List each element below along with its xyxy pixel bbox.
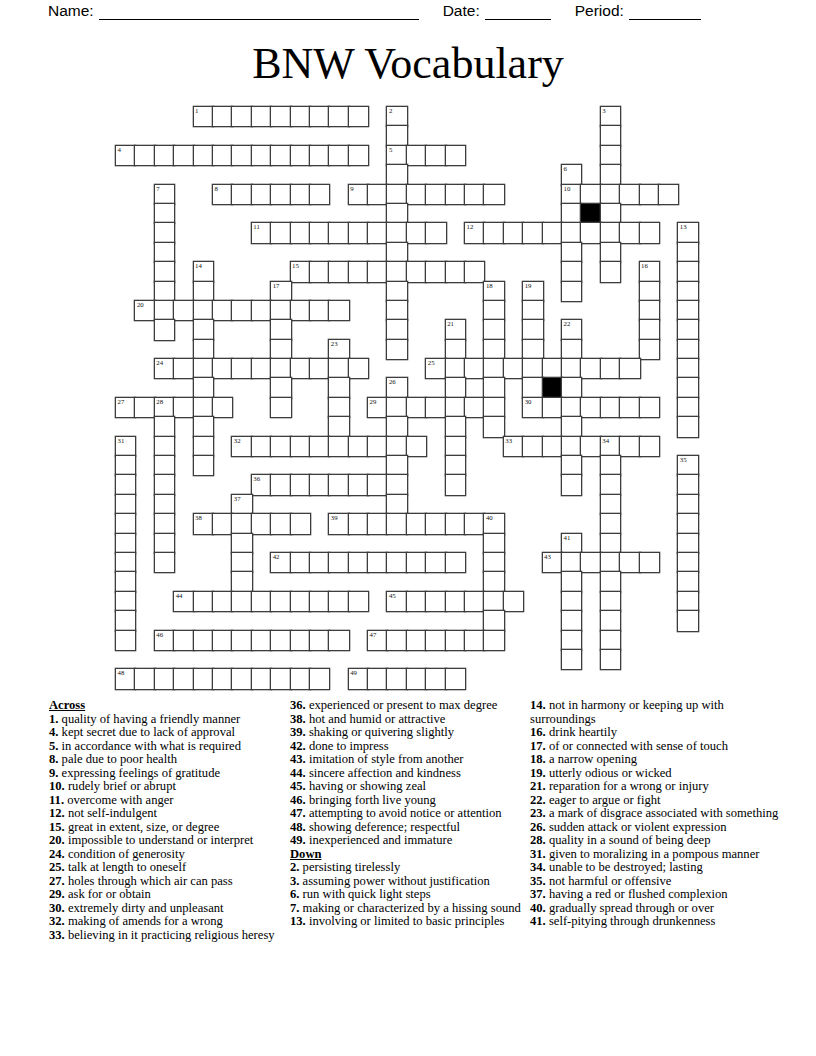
- grid-cell[interactable]: [213, 146, 232, 165]
- grid-cell[interactable]: [446, 378, 465, 397]
- grid-cell[interactable]: [601, 359, 620, 378]
- grid-cell[interactable]: [155, 282, 174, 301]
- grid-cell[interactable]: [387, 514, 406, 533]
- grid-cell[interactable]: [640, 553, 659, 572]
- grid-cell[interactable]: 16: [640, 262, 659, 281]
- grid-cell[interactable]: [116, 611, 135, 630]
- grid-cell[interactable]: [291, 359, 310, 378]
- grid-cell[interactable]: [484, 223, 503, 242]
- grid-cell[interactable]: [349, 262, 368, 281]
- grid-cell[interactable]: [194, 146, 213, 165]
- grid-cell[interactable]: [678, 592, 697, 611]
- grid-cell[interactable]: [310, 553, 329, 572]
- grid-cell[interactable]: [310, 185, 329, 204]
- grid-cell[interactable]: [678, 534, 697, 553]
- grid-cell[interactable]: [135, 669, 154, 688]
- grid-cell[interactable]: [678, 262, 697, 281]
- grid-cell[interactable]: [426, 592, 445, 611]
- grid-cell[interactable]: [620, 437, 639, 456]
- grid-cell[interactable]: [349, 146, 368, 165]
- grid-cell[interactable]: [446, 475, 465, 494]
- grid-cell[interactable]: [310, 146, 329, 165]
- grid-cell[interactable]: 46: [155, 631, 174, 650]
- grid-cell[interactable]: [252, 592, 271, 611]
- grid-cell[interactable]: [446, 359, 465, 378]
- grid-cell[interactable]: [368, 514, 387, 533]
- grid-cell[interactable]: [349, 553, 368, 572]
- grid-cell[interactable]: 3: [601, 107, 620, 126]
- grid-cell[interactable]: 17: [271, 282, 290, 301]
- grid-cell[interactable]: [329, 592, 348, 611]
- grid-cell[interactable]: [155, 534, 174, 553]
- grid-cell[interactable]: [155, 262, 174, 281]
- grid-cell[interactable]: [387, 553, 406, 572]
- grid-cell[interactable]: [271, 146, 290, 165]
- grid-cell[interactable]: [581, 185, 600, 204]
- grid-cell[interactable]: 10: [562, 185, 581, 204]
- grid-cell[interactable]: [446, 185, 465, 204]
- grid-cell[interactable]: [387, 223, 406, 242]
- grid-cell[interactable]: [446, 592, 465, 611]
- grid-cell[interactable]: 23: [329, 340, 348, 359]
- grid-cell[interactable]: 14: [194, 262, 213, 281]
- grid-cell[interactable]: [601, 534, 620, 553]
- grid-cell[interactable]: [116, 475, 135, 494]
- grid-cell[interactable]: [601, 514, 620, 533]
- grid-cell[interactable]: [601, 126, 620, 145]
- grid-cell[interactable]: [232, 359, 251, 378]
- grid-cell[interactable]: [271, 378, 290, 397]
- grid-cell[interactable]: [329, 378, 348, 397]
- grid-cell[interactable]: [252, 301, 271, 320]
- grid-cell[interactable]: 7: [155, 185, 174, 204]
- grid-cell[interactable]: [678, 495, 697, 514]
- grid-cell[interactable]: [426, 669, 445, 688]
- grid-cell[interactable]: [562, 456, 581, 475]
- grid-cell[interactable]: [678, 243, 697, 262]
- grid-cell[interactable]: [562, 398, 581, 417]
- grid-cell[interactable]: [562, 359, 581, 378]
- grid-cell[interactable]: 38: [194, 514, 213, 533]
- grid-cell[interactable]: [116, 514, 135, 533]
- grid-cell[interactable]: [601, 165, 620, 184]
- grid-cell[interactable]: [620, 553, 639, 572]
- grid-cell[interactable]: [601, 185, 620, 204]
- grid-cell[interactable]: [155, 456, 174, 475]
- grid-cell[interactable]: [329, 398, 348, 417]
- grid-cell[interactable]: [329, 146, 348, 165]
- grid-cell[interactable]: [387, 475, 406, 494]
- grid-cell[interactable]: [465, 398, 484, 417]
- grid-cell[interactable]: [155, 417, 174, 436]
- grid-cell[interactable]: [446, 631, 465, 650]
- grid-cell[interactable]: [543, 223, 562, 242]
- grid-cell[interactable]: [232, 572, 251, 591]
- grid-cell[interactable]: [194, 340, 213, 359]
- grid-cell[interactable]: [581, 437, 600, 456]
- grid-cell[interactable]: [601, 223, 620, 242]
- grid-cell[interactable]: [232, 146, 251, 165]
- grid-cell[interactable]: 40: [484, 514, 503, 533]
- grid-cell[interactable]: 11: [252, 223, 271, 242]
- grid-cell[interactable]: [601, 146, 620, 165]
- grid-cell[interactable]: 33: [504, 437, 523, 456]
- grid-cell[interactable]: [601, 611, 620, 630]
- grid-cell[interactable]: 31: [116, 437, 135, 456]
- grid-cell[interactable]: [407, 185, 426, 204]
- grid-cell[interactable]: [465, 631, 484, 650]
- grid-cell[interactable]: [116, 495, 135, 514]
- grid-cell[interactable]: [291, 592, 310, 611]
- grid-cell[interactable]: [426, 146, 445, 165]
- grid-cell[interactable]: [252, 185, 271, 204]
- grid-cell[interactable]: [213, 359, 232, 378]
- grid-cell[interactable]: [291, 669, 310, 688]
- grid-cell[interactable]: [329, 301, 348, 320]
- grid-cell[interactable]: [291, 301, 310, 320]
- grid-cell[interactable]: [484, 534, 503, 553]
- grid-cell[interactable]: 15: [291, 262, 310, 281]
- grid-cell[interactable]: 42: [271, 553, 290, 572]
- grid-cell[interactable]: [426, 223, 445, 242]
- grid-cell[interactable]: [213, 301, 232, 320]
- grid-cell[interactable]: [194, 669, 213, 688]
- grid-cell[interactable]: [601, 631, 620, 650]
- grid-cell[interactable]: [465, 359, 484, 378]
- grid-cell[interactable]: [659, 185, 678, 204]
- grid-cell[interactable]: [446, 340, 465, 359]
- grid-cell[interactable]: [601, 398, 620, 417]
- grid-cell[interactable]: [446, 553, 465, 572]
- grid-cell[interactable]: [484, 398, 503, 417]
- grid-cell[interactable]: [310, 669, 329, 688]
- grid-cell[interactable]: 45: [387, 592, 406, 611]
- grid-cell[interactable]: [194, 282, 213, 301]
- grid-cell[interactable]: [252, 669, 271, 688]
- grid-cell[interactable]: [581, 553, 600, 572]
- grid-cell[interactable]: [484, 359, 503, 378]
- grid-cell[interactable]: [504, 359, 523, 378]
- grid-cell[interactable]: [601, 572, 620, 591]
- grid-cell[interactable]: [368, 553, 387, 572]
- grid-cell[interactable]: [232, 669, 251, 688]
- grid-cell[interactable]: [291, 223, 310, 242]
- grid-cell[interactable]: [523, 378, 542, 397]
- grid-cell[interactable]: [232, 553, 251, 572]
- grid-cell[interactable]: 44: [174, 592, 193, 611]
- grid-cell[interactable]: [310, 631, 329, 650]
- grid-cell[interactable]: 1: [194, 107, 213, 126]
- grid-cell[interactable]: [407, 437, 426, 456]
- grid-cell[interactable]: [116, 456, 135, 475]
- grid-cell[interactable]: [155, 514, 174, 533]
- grid-cell[interactable]: [543, 359, 562, 378]
- grid-cell[interactable]: [252, 514, 271, 533]
- grid-cell[interactable]: [562, 631, 581, 650]
- grid-cell[interactable]: 20: [135, 301, 154, 320]
- grid-cell[interactable]: [678, 320, 697, 339]
- grid-cell[interactable]: [329, 223, 348, 242]
- grid-cell[interactable]: [407, 669, 426, 688]
- grid-cell[interactable]: [581, 359, 600, 378]
- grid-cell[interactable]: [271, 301, 290, 320]
- grid-cell[interactable]: [465, 262, 484, 281]
- grid-cell[interactable]: [446, 398, 465, 417]
- grid-cell[interactable]: 12: [465, 223, 484, 242]
- grid-cell[interactable]: [562, 417, 581, 436]
- grid-cell[interactable]: [620, 398, 639, 417]
- grid-cell[interactable]: [407, 631, 426, 650]
- grid-cell[interactable]: [213, 514, 232, 533]
- grid-cell[interactable]: [368, 669, 387, 688]
- grid-cell[interactable]: [426, 631, 445, 650]
- grid-cell[interactable]: [329, 553, 348, 572]
- grid-cell[interactable]: [562, 378, 581, 397]
- grid-cell[interactable]: [407, 398, 426, 417]
- grid-cell[interactable]: [562, 572, 581, 591]
- grid-cell[interactable]: 36: [252, 475, 271, 494]
- grid-cell[interactable]: [174, 301, 193, 320]
- grid-cell[interactable]: [174, 669, 193, 688]
- grid-cell[interactable]: [329, 262, 348, 281]
- grid-cell[interactable]: [310, 592, 329, 611]
- grid-cell[interactable]: [678, 340, 697, 359]
- grid-cell[interactable]: [387, 243, 406, 262]
- grid-cell[interactable]: [387, 437, 406, 456]
- grid-cell[interactable]: 48: [116, 669, 135, 688]
- grid-cell[interactable]: [310, 107, 329, 126]
- grid-cell[interactable]: [620, 223, 639, 242]
- grid-cell[interactable]: 21: [446, 320, 465, 339]
- grid-cell[interactable]: [407, 553, 426, 572]
- grid-cell[interactable]: [291, 146, 310, 165]
- grid-cell[interactable]: 4: [116, 146, 135, 165]
- grid-cell[interactable]: [349, 359, 368, 378]
- grid-cell[interactable]: [484, 301, 503, 320]
- grid-cell[interactable]: [601, 475, 620, 494]
- grid-cell[interactable]: [387, 126, 406, 145]
- grid-cell[interactable]: [271, 320, 290, 339]
- grid-cell[interactable]: 25: [426, 359, 445, 378]
- grid-cell[interactable]: [387, 185, 406, 204]
- grid-cell[interactable]: [291, 631, 310, 650]
- grid-cell[interactable]: [213, 592, 232, 611]
- grid-cell[interactable]: 35: [678, 456, 697, 475]
- grid-cell[interactable]: [291, 107, 310, 126]
- grid-cell[interactable]: 37: [232, 495, 251, 514]
- grid-cell[interactable]: [194, 378, 213, 397]
- grid-cell[interactable]: [155, 320, 174, 339]
- grid-cell[interactable]: [310, 262, 329, 281]
- grid-cell[interactable]: [543, 437, 562, 456]
- grid-cell[interactable]: [213, 631, 232, 650]
- grid-cell[interactable]: [407, 262, 426, 281]
- grid-cell[interactable]: [562, 204, 581, 223]
- grid-cell[interactable]: [271, 340, 290, 359]
- grid-cell[interactable]: [562, 340, 581, 359]
- grid-cell[interactable]: [252, 359, 271, 378]
- grid-cell[interactable]: [387, 320, 406, 339]
- grid-cell[interactable]: [601, 495, 620, 514]
- grid-cell[interactable]: [174, 359, 193, 378]
- grid-cell[interactable]: [387, 204, 406, 223]
- grid-cell[interactable]: 47: [368, 631, 387, 650]
- grid-cell[interactable]: [271, 514, 290, 533]
- grid-cell[interactable]: [601, 456, 620, 475]
- grid-cell[interactable]: [640, 320, 659, 339]
- grid-cell[interactable]: [640, 185, 659, 204]
- grid-cell[interactable]: [232, 185, 251, 204]
- grid-cell[interactable]: [504, 223, 523, 242]
- grid-cell[interactable]: [387, 495, 406, 514]
- grid-cell[interactable]: [368, 262, 387, 281]
- grid-cell[interactable]: [446, 669, 465, 688]
- grid-cell[interactable]: 30: [523, 398, 542, 417]
- grid-cell[interactable]: [194, 320, 213, 339]
- grid-cell[interactable]: [601, 553, 620, 572]
- grid-cell[interactable]: 49: [349, 669, 368, 688]
- grid-cell[interactable]: [291, 437, 310, 456]
- grid-cell[interactable]: [368, 475, 387, 494]
- grid-cell[interactable]: 34: [601, 437, 620, 456]
- grid-cell[interactable]: [543, 398, 562, 417]
- grid-cell[interactable]: [465, 514, 484, 533]
- grid-cell[interactable]: [523, 359, 542, 378]
- grid-cell[interactable]: [562, 282, 581, 301]
- grid-cell[interactable]: [349, 107, 368, 126]
- grid-cell[interactable]: [232, 107, 251, 126]
- grid-cell[interactable]: 6: [562, 165, 581, 184]
- grid-cell[interactable]: 8: [213, 185, 232, 204]
- grid-cell[interactable]: [155, 146, 174, 165]
- grid-cell[interactable]: [387, 340, 406, 359]
- grid-cell[interactable]: [349, 592, 368, 611]
- grid-cell[interactable]: 5: [387, 146, 406, 165]
- grid-cell[interactable]: [465, 592, 484, 611]
- grid-cell[interactable]: [484, 572, 503, 591]
- grid-cell[interactable]: [116, 553, 135, 572]
- grid-cell[interactable]: [349, 223, 368, 242]
- grid-cell[interactable]: 18: [484, 282, 503, 301]
- grid-cell[interactable]: [291, 185, 310, 204]
- grid-cell[interactable]: [640, 437, 659, 456]
- grid-cell[interactable]: [601, 650, 620, 669]
- grid-cell[interactable]: [194, 631, 213, 650]
- grid-cell[interactable]: [484, 553, 503, 572]
- grid-cell[interactable]: [446, 417, 465, 436]
- grid-cell[interactable]: [194, 301, 213, 320]
- grid-cell[interactable]: [155, 475, 174, 494]
- grid-cell[interactable]: [155, 243, 174, 262]
- grid-cell[interactable]: [194, 417, 213, 436]
- grid-cell[interactable]: [310, 359, 329, 378]
- grid-cell[interactable]: [194, 592, 213, 611]
- grid-cell[interactable]: [271, 631, 290, 650]
- grid-cell[interactable]: [174, 398, 193, 417]
- grid-cell[interactable]: [581, 398, 600, 417]
- grid-cell[interactable]: [562, 592, 581, 611]
- grid-cell[interactable]: [271, 437, 290, 456]
- grid-cell[interactable]: 24: [155, 359, 174, 378]
- grid-cell[interactable]: [678, 398, 697, 417]
- grid-cell[interactable]: [291, 475, 310, 494]
- grid-cell[interactable]: 13: [678, 223, 697, 242]
- grid-cell[interactable]: 29: [368, 398, 387, 417]
- grid-cell[interactable]: [329, 475, 348, 494]
- grid-cell[interactable]: [349, 475, 368, 494]
- grid-cell[interactable]: [116, 534, 135, 553]
- grid-cell[interactable]: [155, 437, 174, 456]
- grid-cell[interactable]: [116, 572, 135, 591]
- grid-cell[interactable]: [484, 320, 503, 339]
- grid-cell[interactable]: 22: [562, 320, 581, 339]
- grid-cell[interactable]: [271, 398, 290, 417]
- grid-cell[interactable]: [174, 146, 193, 165]
- grid-cell[interactable]: [232, 631, 251, 650]
- grid-cell[interactable]: [271, 475, 290, 494]
- grid-cell[interactable]: [387, 301, 406, 320]
- grid-cell[interactable]: [523, 320, 542, 339]
- grid-cell[interactable]: [368, 437, 387, 456]
- grid-cell[interactable]: [640, 301, 659, 320]
- grid-cell[interactable]: [465, 185, 484, 204]
- grid-cell[interactable]: [116, 631, 135, 650]
- grid-cell[interactable]: [232, 592, 251, 611]
- grid-cell[interactable]: [194, 359, 213, 378]
- grid-cell[interactable]: [349, 514, 368, 533]
- grid-cell[interactable]: [562, 243, 581, 262]
- grid-cell[interactable]: [523, 223, 542, 242]
- grid-cell[interactable]: [232, 514, 251, 533]
- grid-cell[interactable]: 41: [562, 534, 581, 553]
- grid-cell[interactable]: [484, 611, 503, 630]
- grid-cell[interactable]: 27: [116, 398, 135, 417]
- grid-cell[interactable]: [446, 146, 465, 165]
- grid-cell[interactable]: [407, 146, 426, 165]
- grid-cell[interactable]: [562, 223, 581, 242]
- grid-cell[interactable]: [310, 223, 329, 242]
- grid-cell[interactable]: 26: [387, 378, 406, 397]
- grid-cell[interactable]: [426, 398, 445, 417]
- grid-cell[interactable]: [252, 437, 271, 456]
- grid-cell[interactable]: [271, 359, 290, 378]
- grid-cell[interactable]: [678, 378, 697, 397]
- grid-cell[interactable]: [426, 514, 445, 533]
- grid-cell[interactable]: [271, 669, 290, 688]
- grid-cell[interactable]: [252, 631, 271, 650]
- grid-cell[interactable]: [387, 631, 406, 650]
- grid-cell[interactable]: [446, 262, 465, 281]
- grid-cell[interactable]: [504, 592, 523, 611]
- grid-cell[interactable]: [426, 185, 445, 204]
- grid-cell[interactable]: [484, 340, 503, 359]
- grid-cell[interactable]: [310, 475, 329, 494]
- grid-cell[interactable]: [678, 301, 697, 320]
- grid-cell[interactable]: [562, 475, 581, 494]
- grid-cell[interactable]: 32: [232, 437, 251, 456]
- grid-cell[interactable]: [601, 262, 620, 281]
- grid-cell[interactable]: [446, 456, 465, 475]
- grid-cell[interactable]: [194, 437, 213, 456]
- grid-cell[interactable]: [640, 223, 659, 242]
- grid-cell[interactable]: [252, 107, 271, 126]
- grid-cell[interactable]: [387, 282, 406, 301]
- grid-cell[interactable]: [387, 398, 406, 417]
- grid-cell[interactable]: 28: [155, 398, 174, 417]
- grid-cell[interactable]: [562, 611, 581, 630]
- grid-cell[interactable]: [155, 495, 174, 514]
- grid-cell[interactable]: [213, 107, 232, 126]
